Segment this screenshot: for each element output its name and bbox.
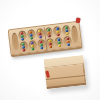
pit-r1-c1[interactable] [28, 40, 37, 51]
glass-bead [49, 45, 52, 48]
glass-bead [65, 32, 68, 35]
photo-stage [0, 0, 100, 100]
glass-bead [21, 37, 24, 40]
glass-bead [56, 33, 59, 36]
pit-r0-c5[interactable] [62, 24, 71, 35]
pit-r1-c0[interactable] [19, 41, 28, 52]
glass-bead [39, 35, 42, 38]
pit-r0-c0[interactable] [18, 30, 27, 41]
glass-bead [31, 47, 34, 50]
ribbon-pull-icon [76, 17, 81, 23]
pit-r1-c5[interactable] [63, 35, 72, 46]
pit-r0-c4[interactable] [53, 25, 62, 36]
glass-bead [47, 34, 50, 37]
glass-bead [66, 43, 69, 46]
mancala-board-open [8, 21, 83, 56]
mancala-box-closed [44, 55, 87, 89]
glass-bead [22, 48, 25, 51]
pit-r1-c4[interactable] [54, 36, 63, 47]
pit-grid [18, 24, 72, 51]
store-right[interactable] [71, 25, 79, 45]
pit-r0-c1[interactable] [27, 29, 36, 40]
glass-bead [40, 46, 43, 49]
glass-bead [30, 36, 33, 39]
glass-bead [58, 44, 61, 47]
